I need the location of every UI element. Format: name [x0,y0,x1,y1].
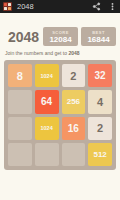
tile-1024: 1024 [35,64,59,87]
tile-256: 256 [62,90,86,113]
cell-empty [8,90,32,113]
tile-32: 32 [88,64,112,87]
cell-empty [8,117,32,140]
header-row: 2048 SCORE 12084 BEST 16844 [4,27,116,46]
tile-2: 2 [62,64,86,87]
score-value: 12084 [49,35,71,44]
overflow-menu-icon[interactable] [108,2,117,11]
tile-1024: 1024 [35,117,59,140]
action-bar: 2048 [0,0,120,13]
cell-empty [35,143,59,166]
board-grid[interactable]: 810242326425641024162512 [4,60,116,170]
game-content: 2048 SCORE 12084 BEST 16844 Join the num… [0,27,120,170]
tile-2: 2 [88,117,112,140]
game-title: 2048 [8,29,43,45]
tile-4: 4 [88,90,112,113]
best-box: BEST 16844 [81,27,116,46]
tile-64: 64 [35,90,59,113]
cell-empty [62,143,86,166]
share-icon[interactable] [92,2,101,11]
app-icon [3,2,12,11]
cell-empty [8,143,32,166]
tile-8: 8 [8,64,32,87]
tile-512: 512 [88,143,112,166]
screen: 2048 2048 [0,0,120,200]
subtitle: Join the numbers and get to 2048 [5,50,116,56]
actionbar-title: 2048 [17,2,92,11]
tile-16: 16 [62,117,86,140]
score-box: SCORE 12084 [43,27,78,46]
best-value: 16844 [87,35,109,44]
